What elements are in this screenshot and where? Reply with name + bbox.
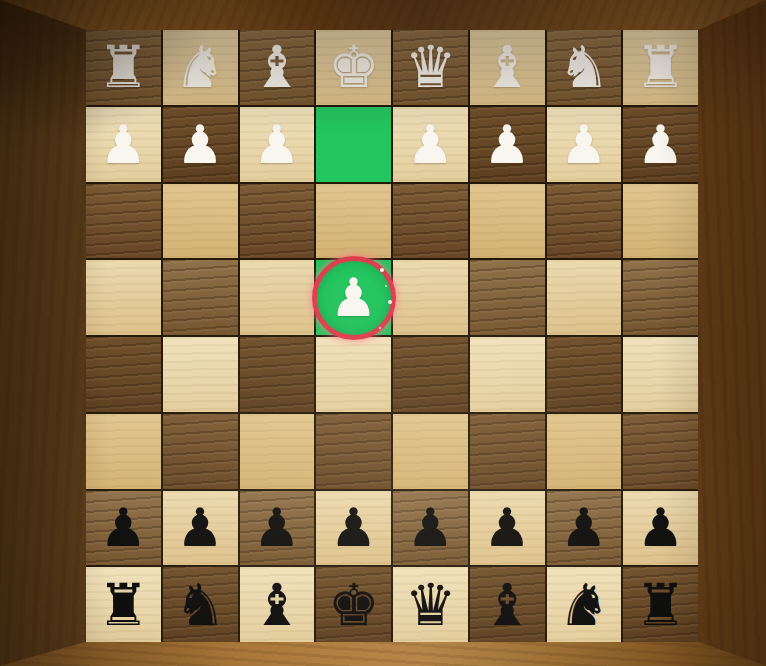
square-g4[interactable] [163, 260, 238, 335]
square-h2[interactable]: ♟ [86, 107, 161, 182]
black-rook[interactable]: ♜ [635, 576, 687, 634]
chess-board: ♜♞♝♚♛♝♞♜♟♟♟♟♟♟♟♟♟♟♟♟♟♟♟♟♜♞♝♚♛♝♞♜ [86, 30, 698, 642]
square-h6[interactable] [86, 414, 161, 489]
square-b4[interactable] [547, 260, 622, 335]
square-c7[interactable]: ♟ [470, 491, 545, 566]
square-a3[interactable] [623, 184, 698, 259]
square-d7[interactable]: ♟ [393, 491, 468, 566]
square-f1[interactable]: ♝ [240, 30, 315, 105]
square-c4[interactable] [470, 260, 545, 335]
black-rook[interactable]: ♜ [97, 576, 149, 634]
square-e2[interactable] [316, 107, 391, 182]
white-pawn[interactable]: ♟ [253, 118, 301, 171]
square-f3[interactable] [240, 184, 315, 259]
white-pawn[interactable]: ♟ [330, 271, 378, 324]
black-pawn[interactable]: ♟ [253, 501, 301, 554]
white-rook[interactable]: ♜ [97, 38, 149, 96]
square-a6[interactable] [623, 414, 698, 489]
square-d8[interactable]: ♛ [393, 567, 468, 642]
square-a1[interactable]: ♜ [623, 30, 698, 105]
square-a7[interactable]: ♟ [623, 491, 698, 566]
square-h1[interactable]: ♜ [86, 30, 161, 105]
black-pawn[interactable]: ♟ [637, 501, 685, 554]
square-d5[interactable] [393, 337, 468, 412]
white-queen[interactable]: ♛ [404, 38, 456, 96]
square-e7[interactable]: ♟ [316, 491, 391, 566]
white-pawn[interactable]: ♟ [560, 118, 608, 171]
black-pawn[interactable]: ♟ [176, 501, 224, 554]
square-e4[interactable]: ♟ [316, 260, 391, 335]
white-bishop[interactable]: ♝ [251, 38, 303, 96]
square-g1[interactable]: ♞ [163, 30, 238, 105]
square-g7[interactable]: ♟ [163, 491, 238, 566]
white-king[interactable]: ♚ [328, 38, 380, 96]
square-e6[interactable] [316, 414, 391, 489]
square-b7[interactable]: ♟ [547, 491, 622, 566]
square-d4[interactable] [393, 260, 468, 335]
black-bishop[interactable]: ♝ [251, 576, 303, 634]
black-pawn[interactable]: ♟ [407, 501, 455, 554]
square-c2[interactable]: ♟ [470, 107, 545, 182]
square-c1[interactable]: ♝ [470, 30, 545, 105]
white-bishop[interactable]: ♝ [481, 38, 533, 96]
white-knight[interactable]: ♞ [558, 38, 610, 96]
white-pawn[interactable]: ♟ [483, 118, 531, 171]
black-queen[interactable]: ♛ [404, 576, 456, 634]
square-f6[interactable] [240, 414, 315, 489]
black-bishop[interactable]: ♝ [481, 576, 533, 634]
square-f4[interactable] [240, 260, 315, 335]
square-f5[interactable] [240, 337, 315, 412]
black-pawn[interactable]: ♟ [100, 501, 148, 554]
square-b6[interactable] [547, 414, 622, 489]
chess-app-screen: ♜♞♝♚♛♝♞♜♟♟♟♟♟♟♟♟♟♟♟♟♟♟♟♟♜♞♝♚♛♝♞♜ [0, 0, 766, 666]
black-pawn[interactable]: ♟ [483, 501, 531, 554]
square-b5[interactable] [547, 337, 622, 412]
square-f8[interactable]: ♝ [240, 567, 315, 642]
square-e8[interactable]: ♚ [316, 567, 391, 642]
square-d3[interactable] [393, 184, 468, 259]
square-e5[interactable] [316, 337, 391, 412]
square-b3[interactable] [547, 184, 622, 259]
square-g8[interactable]: ♞ [163, 567, 238, 642]
square-d2[interactable]: ♟ [393, 107, 468, 182]
white-knight[interactable]: ♞ [174, 38, 226, 96]
white-pawn[interactable]: ♟ [176, 118, 224, 171]
square-c3[interactable] [470, 184, 545, 259]
square-e1[interactable]: ♚ [316, 30, 391, 105]
square-h7[interactable]: ♟ [86, 491, 161, 566]
square-h8[interactable]: ♜ [86, 567, 161, 642]
square-f2[interactable]: ♟ [240, 107, 315, 182]
square-h5[interactable] [86, 337, 161, 412]
black-king[interactable]: ♚ [328, 576, 380, 634]
black-pawn[interactable]: ♟ [330, 501, 378, 554]
white-rook[interactable]: ♜ [635, 38, 687, 96]
square-d1[interactable]: ♛ [393, 30, 468, 105]
square-b1[interactable]: ♞ [547, 30, 622, 105]
black-knight[interactable]: ♞ [174, 576, 226, 634]
square-b8[interactable]: ♞ [547, 567, 622, 642]
square-c5[interactable] [470, 337, 545, 412]
square-a2[interactable]: ♟ [623, 107, 698, 182]
black-pawn[interactable]: ♟ [560, 501, 608, 554]
square-g6[interactable] [163, 414, 238, 489]
square-g2[interactable]: ♟ [163, 107, 238, 182]
square-a5[interactable] [623, 337, 698, 412]
square-g3[interactable] [163, 184, 238, 259]
square-e3[interactable] [316, 184, 391, 259]
square-c8[interactable]: ♝ [470, 567, 545, 642]
white-pawn[interactable]: ♟ [407, 118, 455, 171]
square-c6[interactable] [470, 414, 545, 489]
white-pawn[interactable]: ♟ [100, 118, 148, 171]
white-pawn[interactable]: ♟ [637, 118, 685, 171]
square-a4[interactable] [623, 260, 698, 335]
black-knight[interactable]: ♞ [558, 576, 610, 634]
square-f7[interactable]: ♟ [240, 491, 315, 566]
square-h3[interactable] [86, 184, 161, 259]
square-d6[interactable] [393, 414, 468, 489]
square-h4[interactable] [86, 260, 161, 335]
square-b2[interactable]: ♟ [547, 107, 622, 182]
square-a8[interactable]: ♜ [623, 567, 698, 642]
square-g5[interactable] [163, 337, 238, 412]
